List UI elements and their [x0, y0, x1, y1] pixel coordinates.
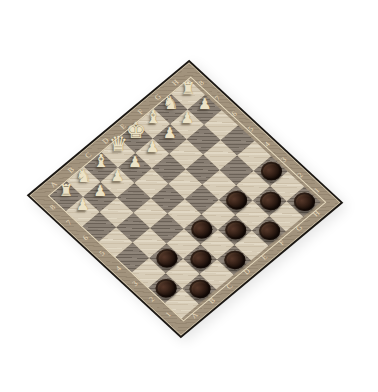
board-grid: ABCDEFGH8♜♞♝♛♚♝♞♜87♟♟♟♟♟♟♟♟7665544332211… [31, 63, 339, 334]
board-frame-stripe: ABCDEFGH8♜♞♝♛♚♝♞♜87♟♟♟♟♟♟♟♟7665544332211… [29, 62, 340, 336]
photo-background: ABCDEFGH8♜♞♝♛♚♝♞♜87♟♟♟♟♟♟♟♟7665544332211… [0, 0, 378, 392]
game-board: ABCDEFGH8♜♞♝♛♚♝♞♜87♟♟♟♟♟♟♟♟7665544332211… [27, 60, 344, 339]
board-outer-edge: ABCDEFGH8♜♞♝♛♚♝♞♜87♟♟♟♟♟♟♟♟7665544332211… [27, 60, 344, 339]
